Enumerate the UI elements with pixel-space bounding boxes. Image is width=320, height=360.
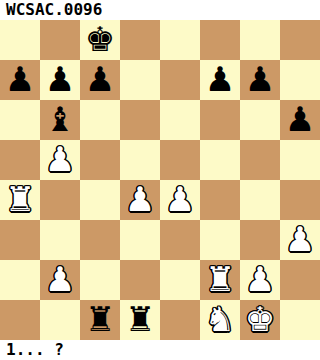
piece-white-pawn-g2[interactable]: ♟: [245, 260, 275, 299]
square-c7[interactable]: ♟: [80, 60, 120, 100]
square-e3[interactable]: [160, 220, 200, 260]
square-b5[interactable]: ♟: [40, 140, 80, 180]
square-a7[interactable]: ♟: [0, 60, 40, 100]
square-a2[interactable]: [0, 260, 40, 300]
square-c8[interactable]: ♚: [80, 20, 120, 60]
square-a8[interactable]: [0, 20, 40, 60]
square-e8[interactable]: [160, 20, 200, 60]
square-d7[interactable]: [120, 60, 160, 100]
square-e7[interactable]: [160, 60, 200, 100]
piece-black-pawn-b7[interactable]: ♟: [45, 60, 75, 99]
square-c1[interactable]: ♜: [80, 300, 120, 340]
square-a3[interactable]: [0, 220, 40, 260]
square-b3[interactable]: [40, 220, 80, 260]
square-d8[interactable]: [120, 20, 160, 60]
square-a5[interactable]: [0, 140, 40, 180]
square-f4[interactable]: [200, 180, 240, 220]
square-b1[interactable]: [40, 300, 80, 340]
piece-white-pawn-h3[interactable]: ♟: [285, 220, 315, 259]
square-b2[interactable]: ♟: [40, 260, 80, 300]
piece-black-rook-c1[interactable]: ♜: [85, 300, 115, 339]
square-h2[interactable]: [280, 260, 320, 300]
square-g7[interactable]: ♟: [240, 60, 280, 100]
chess-board: ♚♟♟♟♟♟♝♟♟♜♟♟♟♟♜♟♜♜♞♚: [0, 20, 320, 340]
square-h6[interactable]: ♟: [280, 100, 320, 140]
square-e5[interactable]: [160, 140, 200, 180]
puzzle-title: WCSAC.0096: [0, 0, 102, 20]
square-d4[interactable]: ♟: [120, 180, 160, 220]
square-f6[interactable]: [200, 100, 240, 140]
square-b6[interactable]: ♝: [40, 100, 80, 140]
square-h4[interactable]: [280, 180, 320, 220]
square-g8[interactable]: [240, 20, 280, 60]
piece-black-pawn-c7[interactable]: ♟: [85, 60, 115, 99]
piece-black-bishop-b6[interactable]: ♝: [45, 100, 75, 139]
square-f8[interactable]: [200, 20, 240, 60]
diagram-header: WCSAC.0096: [0, 0, 320, 20]
square-c6[interactable]: [80, 100, 120, 140]
square-h7[interactable]: [280, 60, 320, 100]
square-a1[interactable]: [0, 300, 40, 340]
piece-black-king-c8[interactable]: ♚: [85, 20, 115, 59]
square-f2[interactable]: ♜: [200, 260, 240, 300]
square-c2[interactable]: [80, 260, 120, 300]
square-d5[interactable]: [120, 140, 160, 180]
square-g1[interactable]: ♚: [240, 300, 280, 340]
square-e4[interactable]: ♟: [160, 180, 200, 220]
square-g2[interactable]: ♟: [240, 260, 280, 300]
square-e2[interactable]: [160, 260, 200, 300]
square-g5[interactable]: [240, 140, 280, 180]
square-g4[interactable]: [240, 180, 280, 220]
piece-white-rook-a4[interactable]: ♜: [5, 180, 35, 219]
square-h1[interactable]: [280, 300, 320, 340]
square-b8[interactable]: [40, 20, 80, 60]
square-g6[interactable]: [240, 100, 280, 140]
piece-white-pawn-b5[interactable]: ♟: [45, 140, 75, 179]
square-d6[interactable]: [120, 100, 160, 140]
piece-white-pawn-d4[interactable]: ♟: [125, 180, 155, 219]
piece-black-pawn-f7[interactable]: ♟: [205, 60, 235, 99]
square-f7[interactable]: ♟: [200, 60, 240, 100]
square-h8[interactable]: [280, 20, 320, 60]
square-e6[interactable]: [160, 100, 200, 140]
square-b4[interactable]: [40, 180, 80, 220]
piece-white-pawn-b2[interactable]: ♟: [45, 260, 75, 299]
square-f3[interactable]: [200, 220, 240, 260]
square-b7[interactable]: ♟: [40, 60, 80, 100]
diagram-footer: 1... ?: [0, 340, 320, 360]
square-h3[interactable]: ♟: [280, 220, 320, 260]
square-c5[interactable]: [80, 140, 120, 180]
piece-black-pawn-h6[interactable]: ♟: [285, 100, 315, 139]
square-f1[interactable]: ♞: [200, 300, 240, 340]
square-d2[interactable]: [120, 260, 160, 300]
square-h5[interactable]: [280, 140, 320, 180]
square-a4[interactable]: ♜: [0, 180, 40, 220]
square-c3[interactable]: [80, 220, 120, 260]
piece-white-rook-f2[interactable]: ♜: [205, 260, 235, 299]
square-a6[interactable]: [0, 100, 40, 140]
piece-white-king-g1[interactable]: ♚: [245, 300, 275, 339]
square-d3[interactable]: [120, 220, 160, 260]
square-e1[interactable]: [160, 300, 200, 340]
piece-black-pawn-g7[interactable]: ♟: [245, 60, 275, 99]
square-c4[interactable]: [80, 180, 120, 220]
square-f5[interactable]: [200, 140, 240, 180]
piece-white-pawn-e4[interactable]: ♟: [165, 180, 195, 219]
piece-white-knight-f1[interactable]: ♞: [205, 300, 235, 339]
piece-black-rook-d1[interactable]: ♜: [125, 300, 155, 339]
square-d1[interactable]: ♜: [120, 300, 160, 340]
piece-black-pawn-a7[interactable]: ♟: [5, 60, 35, 99]
move-prompt: 1... ?: [0, 340, 64, 360]
square-g3[interactable]: [240, 220, 280, 260]
